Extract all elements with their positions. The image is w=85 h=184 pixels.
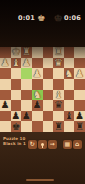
square-e3[interactable]: ♟ [32, 68, 43, 79]
white-knight[interactable]: ♞ [33, 89, 42, 99]
square-h6[interactable]: ♟ [0, 100, 11, 111]
puzzle-info: Puzzle 10 Black in 1 [3, 137, 26, 146]
next-button[interactable]: → [48, 140, 57, 149]
square-a3[interactable]: ♟ [74, 68, 85, 79]
white-pawn[interactable]: ♟ [33, 68, 42, 78]
square-a1[interactable] [74, 47, 85, 58]
square-d3[interactable] [43, 68, 54, 79]
square-d1[interactable] [43, 47, 54, 58]
square-b1[interactable] [64, 47, 75, 58]
black-king[interactable]: ♚ [11, 121, 20, 131]
puzzle-task: Black in 1 [3, 142, 26, 147]
hint-button[interactable] [38, 140, 47, 149]
square-f5[interactable] [21, 90, 32, 101]
square-h4[interactable] [0, 79, 11, 90]
square-a8[interactable]: ♜ [74, 121, 85, 132]
square-d2[interactable] [43, 58, 54, 69]
white-bishop[interactable]: ♝ [54, 89, 63, 99]
square-h8[interactable] [0, 121, 11, 132]
square-h2[interactable]: ♟ [0, 58, 11, 69]
square-d8[interactable] [43, 121, 54, 132]
square-c6[interactable]: ♛ [53, 100, 64, 111]
square-f2[interactable]: ♟ [21, 58, 32, 69]
lightbulb-icon [41, 143, 45, 147]
square-c8[interactable]: ♜ [53, 121, 64, 132]
square-f3[interactable] [21, 68, 32, 79]
app-window: 0:01 ♚ ♚ 0:06 ♚♜♜♟♝♟♛♟♞♟♞♝♟♟♛♟♟♝♟♚♜♜ Puz… [0, 0, 85, 184]
square-b5[interactable] [64, 90, 75, 101]
square-g8[interactable]: ♚ [11, 121, 22, 132]
square-b8[interactable] [64, 121, 75, 132]
square-d4[interactable] [43, 79, 54, 90]
square-f8[interactable] [21, 121, 32, 132]
square-g3[interactable] [11, 68, 22, 79]
white-rook[interactable]: ♜ [22, 47, 31, 57]
restart-button[interactable]: ↻ [28, 140, 37, 149]
black-pawn[interactable]: ♟ [11, 111, 20, 121]
square-a4[interactable] [74, 79, 85, 90]
white-clock: 0:01 ♚ [18, 14, 45, 23]
square-b7[interactable]: ♝ [64, 111, 75, 122]
black-king-icon: ♚ [54, 14, 62, 23]
square-d7[interactable] [43, 111, 54, 122]
square-d6[interactable] [43, 100, 54, 111]
white-rook[interactable]: ♜ [54, 47, 63, 57]
square-e8[interactable] [32, 121, 43, 132]
white-bishop[interactable]: ♝ [11, 57, 20, 67]
white-pawn[interactable]: ♟ [1, 57, 10, 67]
black-pawn[interactable]: ♟ [22, 111, 31, 121]
square-b3[interactable]: ♞ [64, 68, 75, 79]
square-f7[interactable]: ♟ [21, 111, 32, 122]
square-e1[interactable] [32, 47, 43, 58]
white-pawn[interactable]: ♟ [22, 57, 31, 67]
square-g2[interactable]: ♝ [11, 58, 22, 69]
black-pawn[interactable]: ♟ [1, 100, 10, 110]
white-queen[interactable]: ♛ [54, 57, 63, 67]
square-h3[interactable] [0, 68, 11, 79]
chess-board[interactable]: ♚♜♜♟♝♟♛♟♞♟♞♝♟♟♛♟♟♝♟♚♜♜ [0, 47, 85, 132]
home-button[interactable]: ⌂ [73, 140, 82, 149]
clock-bar: 0:01 ♚ ♚ 0:06 [0, 11, 85, 25]
white-time: 0:01 [18, 14, 35, 22]
circular-arrows-icon: ↻ [30, 141, 35, 147]
square-f4[interactable] [21, 79, 32, 90]
white-king-icon: ♚ [37, 14, 45, 23]
black-queen[interactable]: ♛ [54, 100, 63, 110]
black-rook[interactable]: ♜ [75, 121, 84, 131]
square-c2[interactable]: ♛ [53, 58, 64, 69]
square-g4[interactable] [11, 79, 22, 90]
grid-icon: ▦ [64, 141, 70, 147]
white-knight[interactable]: ♞ [65, 68, 74, 78]
house-icon: ⌂ [75, 141, 79, 147]
black-bishop[interactable]: ♝ [65, 111, 74, 121]
black-clock: ♚ 0:06 [54, 14, 81, 23]
square-b4[interactable] [64, 79, 75, 90]
black-time: 0:06 [64, 14, 81, 22]
square-a5[interactable] [74, 90, 85, 101]
white-king[interactable]: ♚ [11, 47, 20, 57]
square-e6[interactable]: ♟ [32, 100, 43, 111]
white-pawn[interactable]: ♟ [75, 68, 84, 78]
black-pawn[interactable]: ♟ [75, 111, 84, 121]
square-c3[interactable] [53, 68, 64, 79]
home-indicator[interactable] [26, 179, 54, 181]
boards-button[interactable]: ▦ [63, 140, 72, 149]
square-g5[interactable] [11, 90, 22, 101]
arrow-right-icon: → [50, 141, 55, 147]
black-pawn[interactable]: ♟ [33, 100, 42, 110]
square-h7[interactable] [0, 111, 11, 122]
black-rook[interactable]: ♜ [54, 121, 63, 131]
square-e7[interactable] [32, 111, 43, 122]
square-d5[interactable] [43, 90, 54, 101]
